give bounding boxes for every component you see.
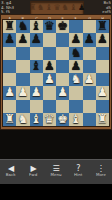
white-pawn-piece[interactable]: ♟ (44, 73, 55, 86)
board-square-a7[interactable]: ♟ (3, 33, 16, 46)
board-square-d7[interactable] (43, 33, 56, 46)
board-square-g8[interactable] (83, 20, 96, 33)
black-pawn-piece[interactable]: ♟ (4, 33, 15, 46)
black-rook-piece[interactable]: ♜ (97, 20, 108, 33)
board-square-e1[interactable]: ♚ (56, 113, 69, 126)
black-pawn-piece[interactable]: ♟ (44, 60, 55, 73)
board-square-c2[interactable] (30, 100, 43, 113)
toolbar-button-label: More (96, 173, 106, 177)
board-square-h7[interactable]: ♟ (96, 33, 109, 46)
chess-board[interactable]: ♜♞♝♛♚♜♟♟♟♟♟♟♞♝♟♟♟♞♟♟♟♟♟♟♜♞♝♛♚♝♜ (3, 20, 109, 126)
black-pawn-piece[interactable]: ♟ (70, 60, 81, 73)
board-square-e4[interactable] (56, 73, 69, 86)
tray-ghost-piece-icon: ♜ (29, 4, 36, 12)
toolbar-button-label: Back (6, 173, 16, 177)
board-square-f8[interactable] (69, 20, 82, 33)
black-queen-piece[interactable]: ♛ (44, 20, 55, 33)
move-list-black: Bc5d5exf5 (51, 1, 111, 15)
white-knight-piece[interactable]: ♞ (17, 113, 28, 126)
board-square-a6[interactable] (3, 47, 16, 60)
board-square-b6[interactable] (16, 47, 29, 60)
board-square-h3[interactable]: ♟ (96, 86, 109, 99)
board-square-c6[interactable] (30, 47, 43, 60)
white-pawn-piece[interactable]: ♟ (97, 86, 108, 99)
board-square-h5[interactable] (96, 60, 109, 73)
board-square-g2[interactable] (83, 100, 96, 113)
board-square-a2[interactable] (3, 100, 16, 113)
board-square-c7[interactable]: ♟ (30, 33, 43, 46)
board-square-a4[interactable] (3, 73, 16, 86)
board-square-d2[interactable] (43, 100, 56, 113)
black-bishop-piece[interactable]: ♝ (31, 20, 42, 33)
board-square-a8[interactable]: ♜ (3, 20, 16, 33)
white-rook-piece[interactable]: ♜ (4, 113, 15, 126)
black-bishop-piece[interactable]: ♝ (31, 60, 42, 73)
board-square-c1[interactable]: ♝ (30, 113, 43, 126)
board-square-b8[interactable]: ♞ (16, 20, 29, 33)
board-square-h1[interactable]: ♜ (96, 113, 109, 126)
top-status-bar: 3. g44. Nh35. f5 ♜♞♝♛♞♝♟ Bc5d5exf5 (0, 0, 112, 14)
board-square-e8[interactable]: ♚ (56, 20, 69, 33)
board-square-d4[interactable]: ♟ (43, 73, 56, 86)
black-king-piece[interactable]: ♚ (57, 20, 68, 33)
board-square-h6[interactable] (96, 47, 109, 60)
black-pawn-piece[interactable]: ♟ (84, 33, 95, 46)
menu-button[interactable]: ☰Menu (46, 164, 66, 181)
black-rook-piece[interactable]: ♜ (4, 20, 15, 33)
board-square-f5[interactable]: ♟ (69, 60, 82, 73)
board-square-e2[interactable] (56, 100, 69, 113)
board-square-e5[interactable] (56, 60, 69, 73)
white-king-piece[interactable]: ♚ (57, 113, 68, 126)
board-square-g6[interactable] (83, 47, 96, 60)
lower-captured-area (0, 130, 112, 159)
white-bishop-piece[interactable]: ♝ (31, 113, 42, 126)
white-pawn-piece[interactable]: ♟ (31, 86, 42, 99)
board-square-a3[interactable]: ♟ (3, 86, 16, 99)
toolbar-button-label: Fwd (30, 173, 38, 177)
board-square-g1[interactable] (83, 113, 96, 126)
board-square-b4[interactable] (16, 73, 29, 86)
board-square-b1[interactable]: ♞ (16, 113, 29, 126)
bottom-nav-area (0, 184, 112, 200)
black-pawn-piece[interactable]: ♟ (70, 33, 81, 46)
board-square-g7[interactable]: ♟ (83, 33, 96, 46)
board-square-c8[interactable]: ♝ (30, 20, 43, 33)
back-button[interactable]: ◀Back (1, 164, 21, 181)
black-knight-piece[interactable]: ♞ (70, 47, 81, 60)
board-square-f4[interactable]: ♞ (69, 73, 82, 86)
board-square-d3[interactable] (43, 86, 56, 99)
white-pawn-piece[interactable]: ♟ (4, 86, 15, 99)
white-pawn-piece[interactable]: ♟ (57, 86, 68, 99)
chess-app-screen: 3. g44. Nh35. f5 ♜♞♝♛♞♝♟ Bc5d5exf5 ABCDE… (0, 0, 112, 200)
white-knight-piece[interactable]: ♞ (70, 73, 81, 86)
board-square-g5[interactable] (83, 60, 96, 73)
white-pawn-piece[interactable]: ♟ (17, 86, 28, 99)
board-square-g4[interactable]: ♟ (83, 73, 96, 86)
board-square-d8[interactable]: ♛ (43, 20, 56, 33)
board-square-b2[interactable] (16, 100, 29, 113)
board-square-g3[interactable] (83, 86, 96, 99)
board-square-e6[interactable] (56, 47, 69, 60)
board-wooden-frame: ABCDEFGH ♜♞♝♛♚♜♟♟♟♟♟♟♞♝♟♟♟♞♟♟♟♟♟♟♜♞♝♛♚♝♜ (0, 14, 112, 130)
board-square-b5[interactable] (16, 60, 29, 73)
board-square-a1[interactable]: ♜ (3, 113, 16, 126)
tray-ghost-piece-icon: ♞ (37, 4, 44, 12)
board-square-h4[interactable] (96, 73, 109, 86)
board-square-f7[interactable]: ♟ (69, 33, 82, 46)
bottom-toolbar: ◀Back▶Fwd☰Menu?Hint⋮More (0, 159, 112, 185)
fwd-button[interactable]: ▶Fwd (24, 164, 44, 181)
board-square-c5[interactable]: ♝ (30, 60, 43, 73)
white-rook-piece[interactable]: ♜ (97, 113, 108, 126)
board-square-d1[interactable]: ♛ (43, 113, 56, 126)
board-square-d6[interactable] (43, 47, 56, 60)
board-square-e7[interactable] (56, 33, 69, 46)
more-button[interactable]: ⋮More (91, 164, 111, 181)
board-square-a5[interactable] (3, 60, 16, 73)
white-pawn-piece[interactable]: ♟ (84, 73, 95, 86)
board-square-c3[interactable]: ♟ (30, 86, 43, 99)
toolbar-button-label: Menu (50, 173, 61, 177)
board-square-d5[interactable]: ♟ (43, 60, 56, 73)
board-square-f6[interactable]: ♞ (69, 47, 82, 60)
board-square-h2[interactable] (96, 100, 109, 113)
black-pawn-piece[interactable]: ♟ (97, 33, 108, 46)
board-square-f2[interactable] (69, 100, 82, 113)
white-bishop-piece[interactable]: ♝ (70, 113, 81, 126)
board-square-b7[interactable]: ♟ (16, 33, 29, 46)
board-square-f1[interactable]: ♝ (69, 113, 82, 126)
board-square-c4[interactable] (30, 73, 43, 86)
board-square-f3[interactable] (69, 86, 82, 99)
board-square-b3[interactable]: ♟ (16, 86, 29, 99)
board-square-e3[interactable]: ♟ (56, 86, 69, 99)
toolbar-button-label: Hint (74, 173, 82, 177)
black-knight-piece[interactable]: ♞ (17, 20, 28, 33)
board-square-h8[interactable]: ♜ (96, 20, 109, 33)
hint-button[interactable]: ?Hint (68, 164, 88, 181)
black-pawn-piece[interactable]: ♟ (17, 33, 28, 46)
black-pawn-piece[interactable]: ♟ (31, 33, 42, 46)
white-queen-piece[interactable]: ♛ (44, 113, 55, 126)
